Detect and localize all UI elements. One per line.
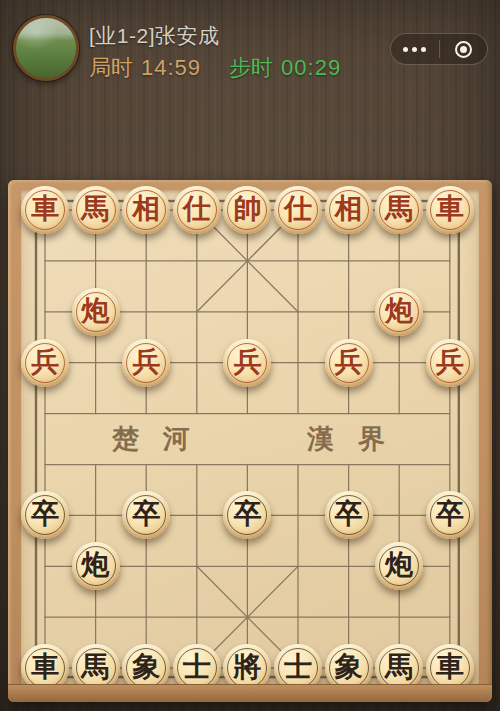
piece-glyph: 車 [436, 653, 464, 681]
red-chariot[interactable]: 車 [21, 186, 69, 234]
piece-glyph: 仕 [284, 195, 312, 223]
piece-glyph: 車 [436, 195, 464, 223]
avatar-photo [16, 18, 76, 78]
red-soldier[interactable]: 兵 [21, 339, 69, 387]
black-soldier[interactable]: 卒 [426, 491, 474, 539]
piece-glyph: 兵 [233, 348, 261, 376]
board-bottom-bevel [8, 684, 492, 702]
piece-glyph: 車 [31, 653, 59, 681]
board-grid-lines [8, 180, 492, 702]
timers-row: 局时14:59步时00:29 [89, 53, 341, 83]
xiangqi-game-screen: [业1-2]张安成 局时14:59步时00:29 楚河 漢界 車馬相仕帥仕相馬車… [0, 0, 500, 711]
black-cannon[interactable]: 炮 [72, 542, 120, 590]
piece-glyph: 兵 [436, 348, 464, 376]
red-soldier[interactable]: 兵 [122, 339, 170, 387]
red-soldier[interactable]: 兵 [223, 339, 271, 387]
piece-glyph: 炮 [82, 551, 110, 579]
piece-glyph: 相 [335, 195, 363, 223]
black-soldier[interactable]: 卒 [325, 491, 373, 539]
piece-glyph: 炮 [82, 297, 110, 325]
miniprogram-capsule [390, 33, 488, 65]
player-name: [业1-2]张安成 [89, 22, 220, 50]
piece-glyph: 士 [183, 653, 211, 681]
xiangqi-board[interactable]: 楚河 漢界 車馬相仕帥仕相馬車炮炮兵兵兵兵兵卒卒卒卒卒炮炮車馬象士將士象馬車 [8, 180, 492, 702]
piece-glyph: 馬 [82, 195, 110, 223]
red-elephant[interactable]: 相 [122, 186, 170, 234]
piece-glyph: 兵 [132, 348, 160, 376]
piece-glyph: 士 [284, 653, 312, 681]
piece-glyph: 卒 [335, 500, 363, 528]
game-time-value: 14:59 [141, 55, 201, 80]
piece-glyph: 卒 [31, 500, 59, 528]
piece-glyph: 象 [132, 653, 160, 681]
red-horse[interactable]: 馬 [72, 186, 120, 234]
top-bar: [业1-2]张安成 局时14:59步时00:29 [0, 0, 500, 95]
piece-glyph: 象 [335, 653, 363, 681]
piece-glyph: 卒 [132, 500, 160, 528]
piece-glyph: 炮 [385, 551, 413, 579]
more-menu-button[interactable] [391, 34, 439, 64]
red-elephant[interactable]: 相 [325, 186, 373, 234]
move-time-value: 00:29 [281, 55, 341, 80]
red-soldier[interactable]: 兵 [426, 339, 474, 387]
game-time-label: 局时 [89, 55, 133, 80]
piece-glyph: 兵 [31, 348, 59, 376]
piece-glyph: 卒 [233, 500, 261, 528]
piece-glyph: 將 [233, 653, 261, 681]
record-circle-icon [455, 41, 472, 58]
red-advisor[interactable]: 仕 [173, 186, 221, 234]
piece-glyph: 帥 [233, 195, 261, 223]
player-avatar[interactable] [13, 15, 79, 81]
red-soldier[interactable]: 兵 [325, 339, 373, 387]
piece-glyph: 仕 [183, 195, 211, 223]
red-advisor[interactable]: 仕 [274, 186, 322, 234]
piece-glyph: 馬 [82, 653, 110, 681]
piece-glyph: 馬 [385, 653, 413, 681]
piece-glyph: 車 [31, 195, 59, 223]
piece-glyph: 馬 [385, 195, 413, 223]
red-cannon[interactable]: 炮 [375, 288, 423, 336]
red-horse[interactable]: 馬 [375, 186, 423, 234]
piece-glyph: 卒 [436, 500, 464, 528]
red-chariot[interactable]: 車 [426, 186, 474, 234]
move-time-label: 步时 [229, 55, 273, 80]
record-exit-button[interactable] [440, 34, 488, 64]
river-label-han-jie: 漢界 [283, 421, 403, 457]
red-cannon[interactable]: 炮 [72, 288, 120, 336]
piece-glyph: 相 [132, 195, 160, 223]
river-label-chu-he: 楚河 [88, 421, 208, 457]
more-dots-icon [403, 47, 426, 52]
piece-glyph: 炮 [385, 297, 413, 325]
piece-glyph: 兵 [335, 348, 363, 376]
